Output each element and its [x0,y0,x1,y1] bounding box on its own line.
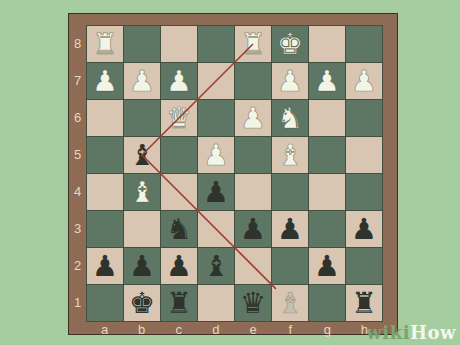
square-a8: ♜ [87,26,123,62]
square-e2 [235,248,271,284]
black-bishop-d2: ♝ [198,248,234,284]
black-pawn-d4: ♟ [198,174,234,210]
square-f8: ♚ [272,26,308,62]
square-b8 [124,26,160,62]
square-h2 [346,248,382,284]
white-queen-c6: ♛ [161,100,197,136]
square-a6 [87,100,123,136]
square-c6: ♛ [161,100,197,136]
black-king-b1: ♚ [124,285,160,321]
square-c2: ♟ [161,248,197,284]
square-d6 [198,100,234,136]
square-c3: ♞ [161,211,197,247]
square-b5: ♝ [124,137,160,173]
square-h8 [346,26,382,62]
square-d4: ♟ [198,174,234,210]
white-bishop-f5: ♝ [272,137,308,173]
square-g6 [309,100,345,136]
square-e7 [235,63,271,99]
square-d2: ♝ [198,248,234,284]
square-g8 [309,26,345,62]
square-d5: ♟ [198,137,234,173]
black-queen-e1: ♛ [235,285,271,321]
page: 87654321 ♜♜♚♟♟♟♟♟♟♛♟♞♝♟♝♝♟♞♟♟♟♟♟♟♝♟♚♜♛♝♜… [0,0,460,345]
square-d1 [198,285,234,321]
gray-bishop-f1: ♝ [272,285,308,321]
square-b7: ♟ [124,63,160,99]
square-f7: ♟ [272,63,308,99]
white-pawn-c7: ♟ [161,63,197,99]
black-bishop-b5: ♝ [124,137,160,173]
white-rook-e8: ♜ [235,26,271,62]
square-a1 [87,285,123,321]
black-pawn-b2: ♟ [124,248,160,284]
square-h7: ♟ [346,63,382,99]
square-a2: ♟ [87,248,123,284]
square-g1 [309,285,345,321]
file-label-f: f [272,323,309,335]
white-bishop-b4: ♝ [124,174,160,210]
square-f4 [272,174,308,210]
watermark-how: How [410,322,456,343]
file-label-b: b [123,323,160,335]
rank-label-6: 6 [69,99,86,136]
white-rook-a8: ♜ [87,26,123,62]
square-b3 [124,211,160,247]
file-label-g: g [309,323,346,335]
square-d3 [198,211,234,247]
square-e5 [235,137,271,173]
square-f2 [272,248,308,284]
square-f3: ♟ [272,211,308,247]
square-h5 [346,137,382,173]
black-rook-h1: ♜ [346,285,382,321]
square-f1: ♝ [272,285,308,321]
watermark-wiki: wiki [366,322,410,343]
square-h4 [346,174,382,210]
square-c1: ♜ [161,285,197,321]
square-f6: ♞ [272,100,308,136]
square-f5: ♝ [272,137,308,173]
square-a4 [87,174,123,210]
square-e6: ♟ [235,100,271,136]
board-grid: ♜♜♚♟♟♟♟♟♟♛♟♞♝♟♝♝♟♞♟♟♟♟♟♟♝♟♚♜♛♝♜ [86,25,383,322]
square-e8: ♜ [235,26,271,62]
square-b2: ♟ [124,248,160,284]
file-label-e: e [235,323,272,335]
rank-label-3: 3 [69,210,86,247]
black-pawn-f3: ♟ [272,211,308,247]
black-pawn-g2: ♟ [309,248,345,284]
black-rook-c1: ♜ [161,285,197,321]
black-knight-c3: ♞ [161,211,197,247]
white-pawn-d5: ♟ [198,137,234,173]
square-h6 [346,100,382,136]
square-c5 [161,137,197,173]
file-label-c: c [160,323,197,335]
square-d7 [198,63,234,99]
file-labels: abcdefgh [86,323,383,335]
square-g5 [309,137,345,173]
white-pawn-b7: ♟ [124,63,160,99]
square-a7: ♟ [87,63,123,99]
white-pawn-e6: ♟ [235,100,271,136]
square-c8 [161,26,197,62]
square-g2: ♟ [309,248,345,284]
black-pawn-h3: ♟ [346,211,382,247]
chess-board: 87654321 ♜♜♚♟♟♟♟♟♟♛♟♞♝♟♝♝♟♞♟♟♟♟♟♟♝♟♚♜♛♝♜… [68,13,398,335]
square-c4 [161,174,197,210]
black-pawn-c2: ♟ [161,248,197,284]
rank-label-2: 2 [69,247,86,284]
rank-labels: 87654321 [69,25,86,321]
rank-label-5: 5 [69,136,86,173]
white-pawn-f7: ♟ [272,63,308,99]
wikihow-watermark: wikiHow [366,322,456,343]
white-pawn-a7: ♟ [87,63,123,99]
white-knight-f6: ♞ [272,100,308,136]
square-a5 [87,137,123,173]
square-c7: ♟ [161,63,197,99]
rank-label-7: 7 [69,62,86,99]
white-pawn-h7: ♟ [346,63,382,99]
square-d8 [198,26,234,62]
square-h3: ♟ [346,211,382,247]
square-b4: ♝ [124,174,160,210]
rank-label-4: 4 [69,173,86,210]
square-g7: ♟ [309,63,345,99]
black-pawn-e3: ♟ [235,211,271,247]
square-e4 [235,174,271,210]
square-e1: ♛ [235,285,271,321]
square-b1: ♚ [124,285,160,321]
file-label-d: d [197,323,234,335]
black-pawn-a2: ♟ [87,248,123,284]
square-g3 [309,211,345,247]
square-g4 [309,174,345,210]
square-e3: ♟ [235,211,271,247]
file-label-a: a [86,323,123,335]
rank-label-8: 8 [69,25,86,62]
square-b6 [124,100,160,136]
white-king-f8: ♚ [272,26,308,62]
square-a3 [87,211,123,247]
square-h1: ♜ [346,285,382,321]
white-pawn-g7: ♟ [309,63,345,99]
rank-label-1: 1 [69,284,86,321]
